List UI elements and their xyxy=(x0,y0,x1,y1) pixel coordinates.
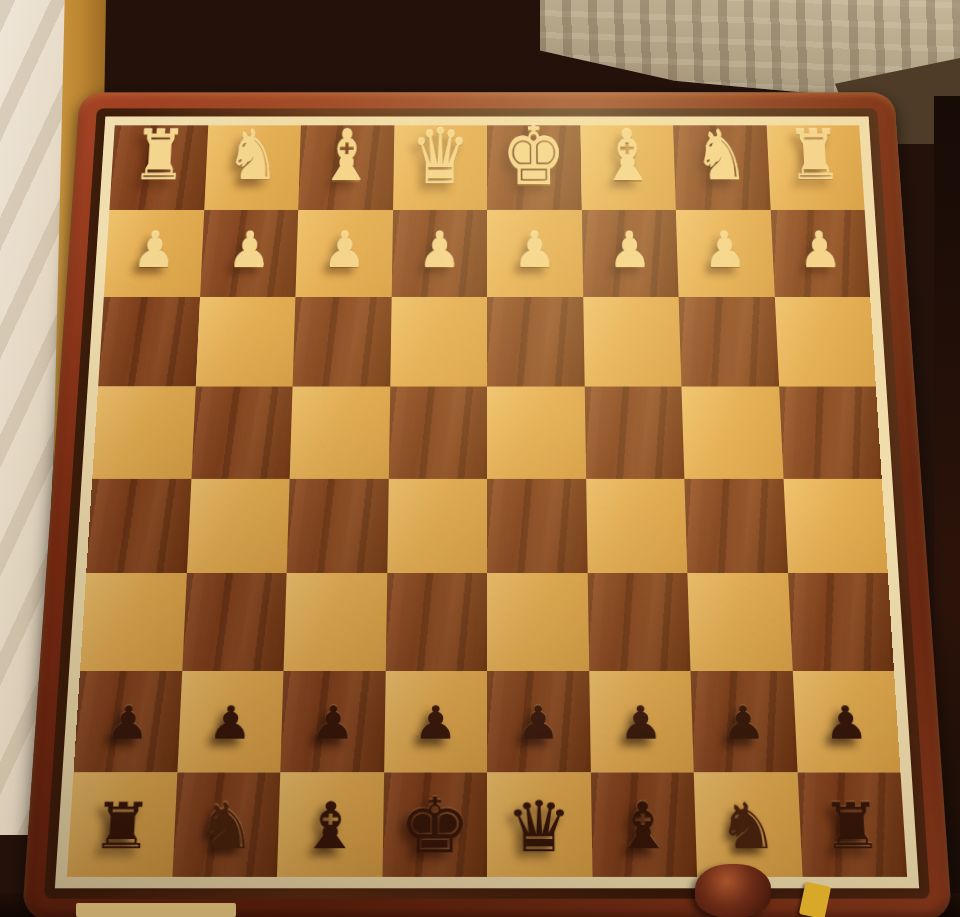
black-king[interactable]: ♚ xyxy=(398,788,471,864)
square-r3c6[interactable] xyxy=(583,297,682,387)
white-rook[interactable]: ♜ xyxy=(130,122,188,191)
square-r7c4[interactable]: ♟ xyxy=(384,671,487,772)
square-r1c1[interactable]: ♜ xyxy=(109,125,207,209)
square-r4c8[interactable] xyxy=(779,386,882,478)
black-pawn[interactable]: ♟ xyxy=(618,701,663,747)
square-r1c7[interactable]: ♞ xyxy=(673,125,770,209)
square-r4c4[interactable] xyxy=(388,386,487,478)
black-pawn[interactable]: ♟ xyxy=(413,701,457,747)
square-r6c5[interactable] xyxy=(487,573,589,671)
square-r1c6[interactable]: ♝ xyxy=(580,125,676,209)
square-r1c2[interactable]: ♞ xyxy=(204,125,301,209)
white-pawn[interactable]: ♟ xyxy=(513,226,557,275)
square-r2c2[interactable]: ♟ xyxy=(200,210,299,297)
square-r8c3[interactable]: ♝ xyxy=(277,773,384,877)
black-pawn[interactable]: ♟ xyxy=(105,701,152,747)
black-bishop[interactable]: ♝ xyxy=(299,794,362,859)
bottom-reflection xyxy=(76,903,236,917)
square-r1c5[interactable]: ♚ xyxy=(487,125,581,209)
white-pawn[interactable]: ♟ xyxy=(418,226,462,275)
square-r3c4[interactable] xyxy=(390,297,487,387)
square-r3c7[interactable] xyxy=(679,297,779,387)
square-r1c8[interactable]: ♜ xyxy=(766,125,864,209)
square-r6c2[interactable] xyxy=(182,573,287,671)
square-r6c6[interactable] xyxy=(587,573,690,671)
white-pawn[interactable]: ♟ xyxy=(702,226,747,275)
square-r5c7[interactable] xyxy=(684,478,787,573)
square-r5c6[interactable] xyxy=(586,478,688,573)
chess-photo-scene: ♜♞♝♛♚♝♞♜♟♟♟♟♟♟♟♟♟♟♟♟♟♟♟♟♜♞♝♚♛♝♞♜ xyxy=(0,0,960,917)
square-r8c4[interactable]: ♚ xyxy=(382,773,487,877)
black-pawn[interactable]: ♟ xyxy=(823,701,870,747)
black-pawn[interactable]: ♟ xyxy=(208,701,254,747)
square-r8c1[interactable]: ♜ xyxy=(67,773,177,877)
chess-board: ♜♞♝♛♚♝♞♜♟♟♟♟♟♟♟♟♟♟♟♟♟♟♟♟♜♞♝♚♛♝♞♜ xyxy=(67,125,907,877)
square-r4c6[interactable] xyxy=(584,386,684,478)
white-pawn[interactable]: ♟ xyxy=(607,226,651,275)
square-r4c2[interactable] xyxy=(191,386,293,478)
square-r6c7[interactable] xyxy=(687,573,792,671)
square-r2c6[interactable]: ♟ xyxy=(581,210,678,297)
square-r1c3[interactable]: ♝ xyxy=(298,125,394,209)
black-pawn[interactable]: ♟ xyxy=(516,701,560,747)
square-r3c8[interactable] xyxy=(774,297,875,387)
square-r3c5[interactable] xyxy=(487,297,584,387)
white-bishop[interactable]: ♝ xyxy=(599,122,656,192)
square-r5c5[interactable] xyxy=(487,478,587,573)
square-r5c4[interactable] xyxy=(387,478,487,573)
square-r4c3[interactable] xyxy=(290,386,390,478)
white-pawn[interactable]: ♟ xyxy=(797,226,843,275)
white-rook[interactable]: ♜ xyxy=(786,122,844,191)
square-r7c7[interactable]: ♟ xyxy=(691,671,798,772)
white-knight[interactable]: ♞ xyxy=(225,122,282,191)
square-r8c8[interactable]: ♜ xyxy=(797,773,907,877)
black-pawn[interactable]: ♟ xyxy=(310,701,355,747)
white-king[interactable]: ♚ xyxy=(501,116,566,199)
white-bishop[interactable]: ♝ xyxy=(318,122,375,192)
black-pawn[interactable]: ♟ xyxy=(721,701,767,747)
black-rook[interactable]: ♜ xyxy=(90,795,154,859)
square-r2c3[interactable]: ♟ xyxy=(295,210,392,297)
square-r6c3[interactable] xyxy=(283,573,386,671)
square-r8c6[interactable]: ♝ xyxy=(590,773,697,877)
square-r4c7[interactable] xyxy=(681,386,783,478)
square-r3c3[interactable] xyxy=(293,297,392,387)
square-r7c6[interactable]: ♟ xyxy=(589,671,694,772)
square-r1c4[interactable]: ♛ xyxy=(393,125,487,209)
square-r3c1[interactable] xyxy=(98,297,199,387)
square-r7c3[interactable]: ♟ xyxy=(280,671,385,772)
white-pawn[interactable]: ♟ xyxy=(227,226,272,275)
black-rook[interactable]: ♜ xyxy=(820,795,884,859)
square-r2c7[interactable]: ♟ xyxy=(676,210,775,297)
square-r6c1[interactable] xyxy=(80,573,186,671)
square-r2c1[interactable]: ♟ xyxy=(104,210,204,297)
white-pawn[interactable]: ♟ xyxy=(131,226,177,275)
black-knight[interactable]: ♞ xyxy=(195,795,258,859)
chess-board-box: ♜♞♝♛♚♝♞♜♟♟♟♟♟♟♟♟♟♟♟♟♟♟♟♟♜♞♝♚♛♝♞♜ xyxy=(22,92,952,917)
square-r4c5[interactable] xyxy=(487,386,586,478)
white-pawn[interactable]: ♟ xyxy=(322,226,366,275)
black-queen[interactable]: ♛ xyxy=(506,791,573,861)
black-knight[interactable]: ♞ xyxy=(716,795,779,859)
square-r7c8[interactable]: ♟ xyxy=(792,671,900,772)
box-clasp-knob[interactable] xyxy=(695,864,771,917)
square-r8c5[interactable]: ♛ xyxy=(487,773,592,877)
square-r7c1[interactable]: ♟ xyxy=(74,671,182,772)
square-r7c2[interactable]: ♟ xyxy=(177,671,284,772)
square-r4c1[interactable] xyxy=(92,386,195,478)
square-r7c5[interactable]: ♟ xyxy=(487,671,590,772)
square-r2c4[interactable]: ♟ xyxy=(391,210,487,297)
square-r6c8[interactable] xyxy=(788,573,894,671)
square-r5c8[interactable] xyxy=(783,478,888,573)
square-r3c2[interactable] xyxy=(195,297,295,387)
square-r5c2[interactable] xyxy=(186,478,289,573)
white-queen[interactable]: ♛ xyxy=(410,119,470,195)
black-bishop[interactable]: ♝ xyxy=(612,794,675,859)
square-r5c1[interactable] xyxy=(86,478,191,573)
square-r5c3[interactable] xyxy=(287,478,389,573)
square-r8c7[interactable]: ♞ xyxy=(694,773,802,877)
white-knight[interactable]: ♞ xyxy=(693,122,750,191)
square-r2c5[interactable]: ♟ xyxy=(487,210,583,297)
square-r6c4[interactable] xyxy=(385,573,487,671)
square-r2c8[interactable]: ♟ xyxy=(770,210,870,297)
square-r8c2[interactable]: ♞ xyxy=(172,773,280,877)
